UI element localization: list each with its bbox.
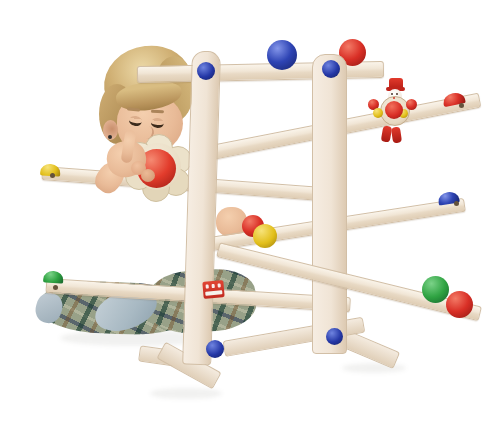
brand-label-figures: [206, 284, 209, 288]
brand-label-band: [205, 290, 222, 295]
clown-bead-red-right: [406, 99, 417, 110]
front-post-bottom-knob: [206, 340, 224, 358]
clown-leg-left: [381, 125, 393, 142]
back-post-bottom-knob: [326, 328, 343, 345]
brand-label: [202, 280, 224, 299]
back-post: [312, 54, 347, 354]
red-ball-right: [446, 291, 473, 318]
clown-bead-yellow-left: [373, 108, 383, 118]
blue-ball-top: [267, 40, 297, 70]
clown-leg-right: [391, 126, 402, 143]
bottom-track-hole: [53, 285, 58, 290]
middle-track-hole: [454, 201, 459, 206]
clown-wheel-hub: [385, 101, 403, 119]
floor-shadow-foot-right: [342, 363, 406, 373]
yellow-ball-middle: [253, 224, 277, 248]
green-ball-right: [422, 276, 449, 303]
back-post-top-knob: [322, 60, 340, 78]
flower-track-hole: [50, 173, 55, 178]
clown-track-hole: [459, 103, 464, 108]
product-photo-scene: [0, 0, 500, 423]
child-finger-knuckle: [141, 169, 155, 182]
child-earring: [108, 135, 112, 139]
front-post-top-knob: [197, 62, 215, 80]
child-eyebrow-right: [151, 110, 164, 114]
floor-shadow-foot-left: [150, 388, 222, 399]
clown-face-dots: [391, 93, 393, 95]
